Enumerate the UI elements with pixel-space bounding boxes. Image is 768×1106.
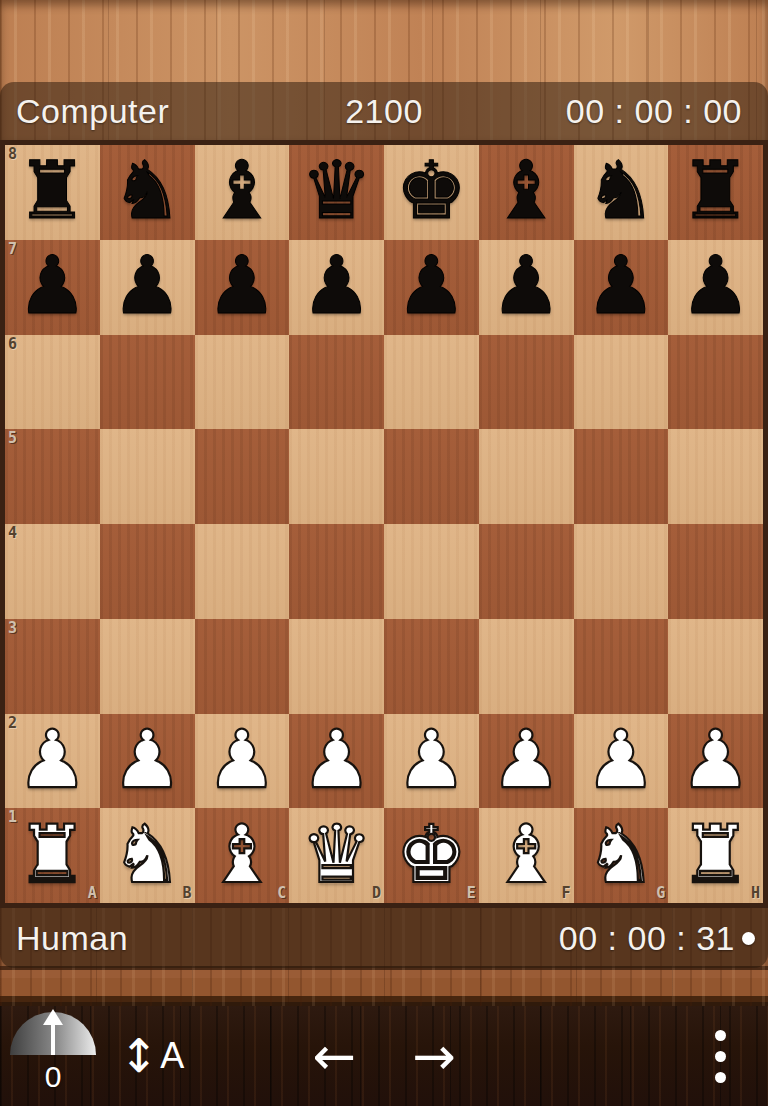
square-h7[interactable]: ♟ [668,240,763,335]
human-name-label: Human [16,919,128,958]
square-g7[interactable]: ♟ [574,240,669,335]
white-bishop: ♝ [490,815,562,895]
black-rook: ♜ [680,151,752,231]
black-bishop: ♝ [206,151,278,231]
black-pawn: ♟ [301,246,373,326]
white-pawn: ♟ [17,720,89,800]
square-e8[interactable]: ♚ [384,145,479,240]
undo-move-button[interactable]: ← [302,1006,366,1106]
square-h8[interactable]: ♜ [668,145,763,240]
white-king: ♚ [396,815,468,895]
black-pawn: ♟ [490,246,562,326]
square-d7[interactable]: ♟ [289,240,384,335]
overflow-menu-button[interactable] [696,1006,744,1106]
square-d3[interactable] [289,619,384,714]
file-label: A [88,886,97,901]
white-knight: ♞ [585,815,657,895]
square-c8[interactable]: ♝ [195,145,290,240]
white-knight: ♞ [111,815,183,895]
black-rook: ♜ [17,151,89,231]
computer-player-bar: Computer 2100 00 : 00 : 00 [0,82,768,140]
square-e3[interactable] [384,619,479,714]
square-a5[interactable]: 5 [5,429,100,524]
black-bishop: ♝ [490,151,562,231]
rank-label: 7 [8,242,17,257]
rank-label: 6 [8,337,17,352]
black-pawn: ♟ [17,246,89,326]
overflow-menu-icon [715,1051,726,1062]
overflow-menu-icon [715,1072,726,1083]
file-label: C [277,886,286,901]
square-f5[interactable] [479,429,574,524]
white-rook: ♜ [17,815,89,895]
right-arrow-icon: → [412,1026,456,1086]
rank-label: 4 [8,526,17,541]
square-b3[interactable] [100,619,195,714]
square-f3[interactable] [479,619,574,714]
redo-move-button[interactable]: → [402,1006,466,1106]
square-a6[interactable]: 6 [5,335,100,430]
rank-label: 5 [8,431,17,446]
square-a4[interactable]: 4 [5,524,100,619]
square-g4[interactable] [574,524,669,619]
file-label: B [182,886,191,901]
black-pawn: ♟ [680,246,752,326]
square-f7[interactable]: ♟ [479,240,574,335]
flip-auto-label: A [160,1038,184,1074]
white-rook: ♜ [680,815,752,895]
eval-gauge-button[interactable]: 0 [8,1012,98,1094]
human-clock-time: 00 : 00 : 31 [559,919,735,958]
square-e7[interactable]: ♟ [384,240,479,335]
human-clock: 00 : 00 : 31 [559,919,755,958]
white-queen: ♛ [301,815,373,895]
square-b4[interactable] [100,524,195,619]
square-g6[interactable] [574,335,669,430]
square-c3[interactable] [195,619,290,714]
white-pawn: ♟ [301,720,373,800]
square-b2[interactable]: ♟ [100,714,195,809]
file-label: D [372,886,381,901]
eval-value-label: 0 [45,1060,62,1094]
white-pawn: ♟ [396,720,468,800]
square-d4[interactable] [289,524,384,619]
square-e2[interactable]: ♟ [384,714,479,809]
square-g8[interactable]: ♞ [574,145,669,240]
square-f8[interactable]: ♝ [479,145,574,240]
square-h3[interactable] [668,619,763,714]
square-h6[interactable] [668,335,763,430]
app-screen: Computer 2100 00 : 00 : 00 8♜♞♝♛♚♝♞♜7♟♟♟… [0,0,768,1106]
square-a8[interactable]: 8♜ [5,145,100,240]
chess-board: 8♜♞♝♛♚♝♞♜7♟♟♟♟♟♟♟♟65432♟♟♟♟♟♟♟♟1A♜B♞C♝D♛… [0,140,768,908]
square-e4[interactable] [384,524,479,619]
square-c4[interactable] [195,524,290,619]
white-pawn: ♟ [680,720,752,800]
square-h5[interactable] [668,429,763,524]
rank-label: 8 [8,147,17,162]
black-pawn: ♟ [396,246,468,326]
square-b8[interactable]: ♞ [100,145,195,240]
square-c7[interactable]: ♟ [195,240,290,335]
file-label: F [561,886,570,901]
square-g2[interactable]: ♟ [574,714,669,809]
square-b7[interactable]: ♟ [100,240,195,335]
square-g1[interactable]: G♞ [574,808,669,903]
square-a2[interactable]: 2♟ [5,714,100,809]
square-h4[interactable] [668,524,763,619]
computer-clock: 00 : 00 : 00 [566,92,742,131]
square-d8[interactable]: ♛ [289,145,384,240]
left-arrow-icon: ← [312,1026,356,1086]
white-pawn: ♟ [490,720,562,800]
square-b6[interactable] [100,335,195,430]
white-pawn: ♟ [206,720,278,800]
square-f6[interactable] [479,335,574,430]
white-pawn: ♟ [585,720,657,800]
file-label: E [467,886,476,901]
bottom-toolbar: 0 ↕ A ← → [0,1006,768,1106]
square-a3[interactable]: 3 [5,619,100,714]
square-c1[interactable]: C♝ [195,808,290,903]
overflow-menu-icon [715,1030,726,1041]
square-b5[interactable] [100,429,195,524]
square-e5[interactable] [384,429,479,524]
flip-arrows-icon: ↕ [120,1033,159,1079]
white-bishop: ♝ [206,815,278,895]
square-d5[interactable] [289,429,384,524]
square-g5[interactable] [574,429,669,524]
gauge-arrow-icon [10,1007,96,1059]
square-f4[interactable] [479,524,574,619]
black-pawn: ♟ [206,246,278,326]
square-h1[interactable]: H♜ [668,808,763,903]
square-h2[interactable]: ♟ [668,714,763,809]
black-knight: ♞ [585,151,657,231]
square-d2[interactable]: ♟ [289,714,384,809]
square-g3[interactable] [574,619,669,714]
turn-indicator-dot [742,932,755,945]
square-c2[interactable]: ♟ [195,714,290,809]
square-c5[interactable] [195,429,290,524]
square-a7[interactable]: 7♟ [5,240,100,335]
black-pawn: ♟ [111,246,183,326]
file-label: G [656,886,665,901]
black-king: ♚ [396,151,468,231]
square-b1[interactable]: B♞ [100,808,195,903]
square-f2[interactable]: ♟ [479,714,574,809]
rank-label: 2 [8,716,17,731]
square-e1[interactable]: E♚ [384,808,479,903]
square-d6[interactable] [289,335,384,430]
auto-flip-button[interactable]: ↕ A [112,1006,192,1106]
square-a1[interactable]: 1A♜ [5,808,100,903]
white-pawn: ♟ [111,720,183,800]
rank-label: 3 [8,621,17,636]
rank-label: 1 [8,810,17,825]
computer-name-label: Computer [16,92,169,131]
black-pawn: ♟ [585,246,657,326]
square-f1[interactable]: F♝ [479,808,574,903]
square-e6[interactable] [384,335,479,430]
file-label: H [751,886,760,901]
black-knight: ♞ [111,151,183,231]
square-c6[interactable] [195,335,290,430]
human-player-bar: Human 00 : 00 : 31 [0,908,768,968]
square-d1[interactable]: D♛ [289,808,384,903]
black-queen: ♛ [301,151,373,231]
eval-gauge-icon [10,1012,96,1055]
